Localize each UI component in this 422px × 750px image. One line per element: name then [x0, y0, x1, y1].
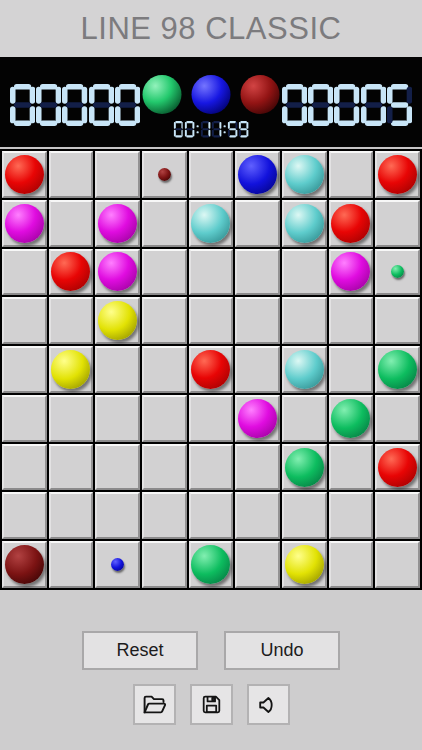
title-bar: LINE 98 CLASSIC [0, 0, 422, 57]
board-cell[interactable] [2, 444, 47, 491]
board-cell[interactable] [329, 444, 374, 491]
icon-button-row [0, 684, 422, 725]
board-cell[interactable] [282, 249, 327, 296]
reset-button[interactable]: Reset [82, 631, 198, 670]
ball-green[interactable] [378, 350, 417, 389]
board-cell[interactable] [189, 541, 234, 588]
board-cell[interactable] [375, 249, 420, 296]
ball-yellow[interactable] [51, 350, 90, 389]
ball-green[interactable] [331, 399, 370, 438]
board-cell[interactable] [142, 297, 187, 344]
timer-display [173, 121, 250, 138]
board-cell[interactable] [49, 541, 94, 588]
board-cell[interactable] [142, 492, 187, 539]
board-cell[interactable] [189, 492, 234, 539]
board-cell[interactable] [95, 346, 140, 393]
board-cell[interactable] [375, 200, 420, 247]
game-board [0, 147, 422, 590]
sound-button[interactable] [247, 684, 290, 725]
board-cell[interactable] [49, 444, 94, 491]
board-cell[interactable] [2, 297, 47, 344]
next-ball-green [143, 75, 182, 114]
board-cell[interactable] [282, 541, 327, 588]
ball-blue-incoming[interactable] [111, 558, 124, 571]
board-cell[interactable] [49, 297, 94, 344]
board-cell[interactable] [49, 200, 94, 247]
board-cell[interactable] [235, 200, 280, 247]
board-cell[interactable] [189, 151, 234, 198]
board-cell[interactable] [95, 151, 140, 198]
board-cell[interactable] [375, 395, 420, 442]
ball-red[interactable] [378, 155, 417, 194]
board-cell[interactable] [49, 151, 94, 198]
board-cell[interactable] [142, 346, 187, 393]
open-folder-icon [141, 691, 168, 718]
ball-red[interactable] [378, 448, 417, 487]
board-cell[interactable] [329, 151, 374, 198]
ball-magenta[interactable] [98, 204, 137, 243]
board-cell[interactable] [375, 444, 420, 491]
speaker-icon [255, 692, 281, 718]
board-cell[interactable] [189, 346, 234, 393]
undo-button[interactable]: Undo [224, 631, 340, 670]
ball-darkred-incoming[interactable] [158, 168, 171, 181]
board-cell[interactable] [375, 297, 420, 344]
board-cell[interactable] [49, 492, 94, 539]
board-cell[interactable] [49, 249, 94, 296]
board-cell[interactable] [235, 297, 280, 344]
ball-red[interactable] [331, 204, 370, 243]
ball-cyan[interactable] [285, 155, 324, 194]
app: LINE 98 CLASSIC Reset Undo [0, 0, 422, 725]
scoreboard [0, 57, 422, 147]
board-cell[interactable] [282, 444, 327, 491]
board-cell[interactable] [282, 200, 327, 247]
board-cell[interactable] [2, 200, 47, 247]
ball-cyan[interactable] [285, 350, 324, 389]
ball-red[interactable] [191, 350, 230, 389]
board-cell[interactable] [329, 492, 374, 539]
board-cell[interactable] [95, 297, 140, 344]
ball-blue[interactable] [238, 155, 277, 194]
app-title: LINE 98 CLASSIC [81, 11, 342, 47]
ball-green[interactable] [191, 545, 230, 584]
board-cell[interactable] [95, 444, 140, 491]
board-cell[interactable] [329, 541, 374, 588]
board-cell[interactable] [235, 444, 280, 491]
ball-magenta[interactable] [238, 399, 277, 438]
board-cell[interactable] [235, 151, 280, 198]
board-cell[interactable] [142, 444, 187, 491]
board-cell[interactable] [329, 249, 374, 296]
board-cell[interactable] [2, 541, 47, 588]
board-cell[interactable] [375, 541, 420, 588]
board-cell[interactable] [189, 200, 234, 247]
board-cell[interactable] [375, 346, 420, 393]
ball-green[interactable] [285, 448, 324, 487]
board-cell[interactable] [189, 444, 234, 491]
ball-green-incoming[interactable] [391, 265, 404, 278]
board-cell[interactable] [142, 249, 187, 296]
board-cell[interactable] [235, 249, 280, 296]
board-cell[interactable] [329, 297, 374, 344]
ball-cyan[interactable] [285, 204, 324, 243]
button-row: Reset Undo [0, 631, 422, 670]
board-cell[interactable] [235, 541, 280, 588]
board-cell[interactable] [142, 200, 187, 247]
ball-yellow[interactable] [285, 545, 324, 584]
board-cell[interactable] [2, 346, 47, 393]
board-cell[interactable] [282, 346, 327, 393]
board-cell[interactable] [95, 249, 140, 296]
ball-yellow[interactable] [98, 301, 137, 340]
next-balls-preview [143, 75, 280, 114]
ball-magenta[interactable] [5, 204, 44, 243]
board-cell[interactable] [282, 151, 327, 198]
board-cell[interactable] [189, 395, 234, 442]
save-button[interactable] [190, 684, 233, 725]
board-cell[interactable] [2, 151, 47, 198]
board-cell[interactable] [95, 395, 140, 442]
board-cell[interactable] [189, 297, 234, 344]
score-display [281, 84, 413, 126]
board-cell[interactable] [95, 492, 140, 539]
board-cell[interactable] [375, 492, 420, 539]
ball-red[interactable] [51, 252, 90, 291]
next-ball-blue [192, 75, 231, 114]
board-cell[interactable] [2, 492, 47, 539]
footer-controls: Reset Undo [0, 631, 422, 725]
board-cell[interactable] [329, 346, 374, 393]
board-cell[interactable] [189, 249, 234, 296]
board-cell[interactable] [49, 395, 94, 442]
save-icon [199, 692, 224, 717]
board-cell[interactable] [95, 541, 140, 588]
board-cell[interactable] [282, 395, 327, 442]
ball-magenta[interactable] [98, 252, 137, 291]
board-cell[interactable] [375, 151, 420, 198]
board-cell[interactable] [142, 541, 187, 588]
board-cell[interactable] [142, 151, 187, 198]
board-cell[interactable] [282, 492, 327, 539]
board-cell[interactable] [235, 395, 280, 442]
board-cell[interactable] [329, 395, 374, 442]
board-cell[interactable] [95, 200, 140, 247]
ball-darkred[interactable] [5, 545, 44, 584]
board-cell[interactable] [49, 346, 94, 393]
ball-magenta[interactable] [331, 252, 370, 291]
board-cell[interactable] [235, 346, 280, 393]
open-file-button[interactable] [133, 684, 176, 725]
board-cell[interactable] [329, 200, 374, 247]
ball-red[interactable] [5, 155, 44, 194]
ball-cyan[interactable] [191, 204, 230, 243]
next-ball-darkred [241, 75, 280, 114]
board-cell[interactable] [2, 395, 47, 442]
board-cell[interactable] [235, 492, 280, 539]
board-cell[interactable] [142, 395, 187, 442]
board-cell[interactable] [282, 297, 327, 344]
high-score-display [9, 84, 141, 126]
board-cell[interactable] [2, 249, 47, 296]
